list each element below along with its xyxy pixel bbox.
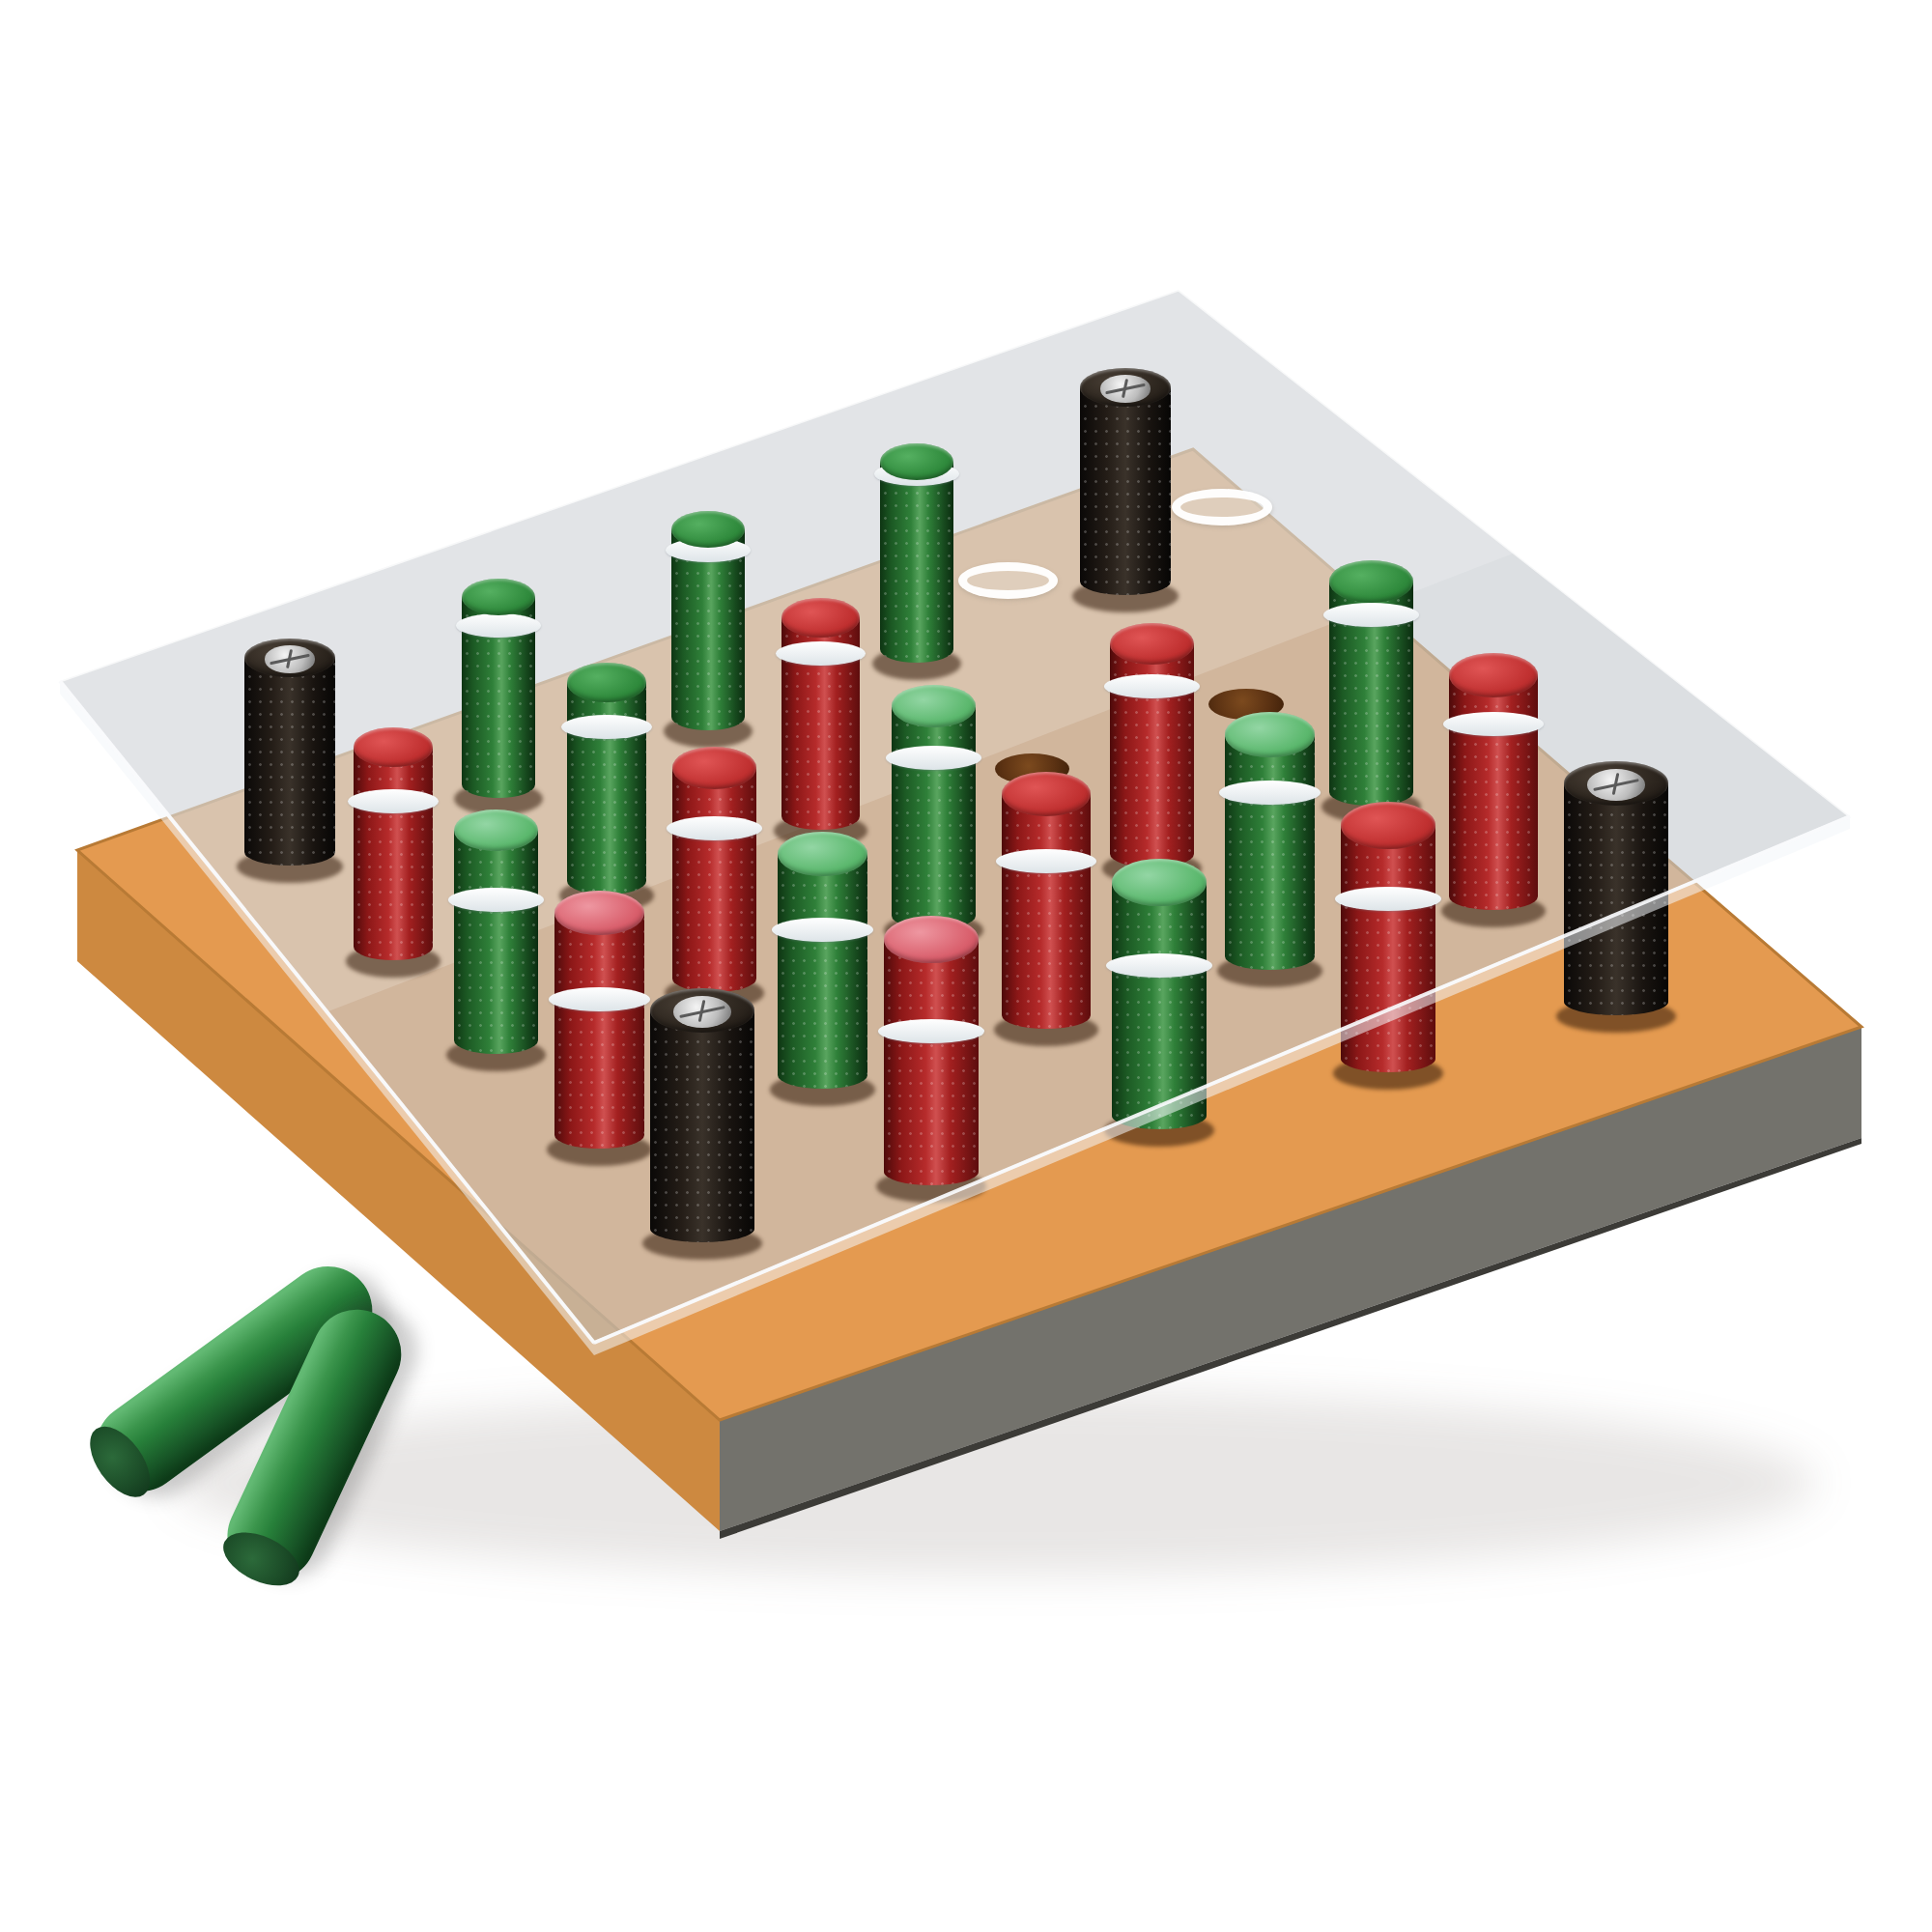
peg-body — [454, 831, 538, 1055]
corner-post-black-r1c5 — [1070, 368, 1180, 630]
peg-body — [1080, 387, 1171, 595]
peg-cap — [462, 579, 535, 615]
peg-cap — [1225, 712, 1315, 756]
peg-cap — [1449, 653, 1539, 697]
peg-body — [1341, 826, 1435, 1072]
peg-cap — [778, 832, 867, 876]
acrylic-ring-on-peg — [886, 746, 981, 770]
acrylic-ring-on-peg — [1323, 603, 1419, 627]
peg-cap — [1329, 560, 1413, 603]
peg-cap — [781, 598, 861, 638]
acrylic-ring-on-peg — [1335, 887, 1441, 911]
peg-cap — [1341, 802, 1435, 849]
peg-green-r4c2[interactable] — [768, 832, 877, 1123]
peg-green-r1c4[interactable] — [870, 443, 963, 697]
peg-cap — [672, 747, 756, 789]
peg-body — [892, 706, 976, 930]
peg-red-r2c1[interactable] — [344, 727, 442, 994]
peg-green-r3c1[interactable] — [444, 810, 548, 1089]
peg-red-r4c1[interactable] — [545, 891, 654, 1182]
peg-cap — [1112, 859, 1207, 906]
corner-post-black-r1c1 — [235, 639, 345, 900]
peg-green-r4c4[interactable] — [1215, 712, 1324, 1004]
acrylic-ring-on-peg — [348, 789, 439, 813]
screw-head-icon — [673, 996, 731, 1027]
peg-green-r1c2[interactable] — [452, 579, 545, 833]
peg-body — [1564, 783, 1668, 1015]
peg-body — [1449, 675, 1539, 910]
peg-green-r5c3[interactable] — [1102, 859, 1216, 1164]
peg-red-r5c4[interactable] — [1331, 802, 1445, 1107]
peg-cap — [454, 810, 538, 852]
peg-cap — [880, 443, 953, 480]
acrylic-ring-on-peg — [1106, 953, 1212, 978]
peg-body — [244, 658, 335, 866]
peg-body — [1225, 735, 1315, 970]
peg-body — [778, 854, 867, 1089]
peg-green-r3c5[interactable] — [1320, 560, 1423, 839]
acrylic-ring-on-peg — [996, 849, 1097, 873]
acrylic-ring-on-peg — [878, 1019, 984, 1043]
hole-acrylic-ring — [958, 562, 1059, 599]
hole-acrylic-ring — [1172, 489, 1272, 526]
peg-cap — [567, 663, 646, 702]
peg-body — [554, 913, 644, 1148]
peg-body — [880, 462, 953, 663]
corner-post-black-r5c5 — [1554, 761, 1678, 1050]
peg-green-r2c2[interactable] — [557, 663, 656, 929]
screw-head-icon — [1587, 769, 1645, 800]
acrylic-ring-on-peg — [776, 641, 867, 666]
acrylic-ring-on-peg — [448, 888, 544, 912]
peg-red-r2c3[interactable] — [772, 598, 870, 865]
acrylic-ring-on-peg — [1219, 781, 1321, 805]
peg-body — [354, 748, 433, 960]
peg-cap — [354, 727, 433, 767]
peg-body — [1002, 794, 1092, 1029]
peg-body — [1112, 883, 1207, 1129]
peg-red-r5c2[interactable] — [874, 916, 988, 1221]
peg-red-r3c2[interactable] — [663, 747, 766, 1026]
peg-cap — [892, 685, 976, 727]
empty-hole-r2c5[interactable] — [1199, 469, 1297, 735]
peg-green-r1c3[interactable] — [662, 511, 754, 765]
acrylic-ring-on-peg — [1104, 674, 1200, 698]
peg-cap — [884, 916, 979, 963]
peg-body — [650, 1010, 754, 1242]
peg-cap — [1110, 623, 1194, 666]
corner-post-black-r5c1 — [640, 988, 764, 1277]
scene — [0, 0, 1932, 1932]
peg-cap — [671, 511, 745, 548]
acrylic-ring-on-peg — [1443, 712, 1545, 736]
empty-hole-r2c4[interactable] — [985, 533, 1084, 800]
acrylic-ring-on-peg — [549, 987, 650, 1011]
peg-body — [884, 939, 979, 1185]
peg-cap — [554, 891, 644, 935]
peg-red-r4c3[interactable] — [992, 772, 1101, 1064]
screw-head-icon — [1100, 375, 1151, 402]
screw-head-icon — [265, 645, 316, 672]
peg-red-r4c5[interactable] — [1439, 653, 1548, 945]
peg-body — [672, 768, 756, 992]
